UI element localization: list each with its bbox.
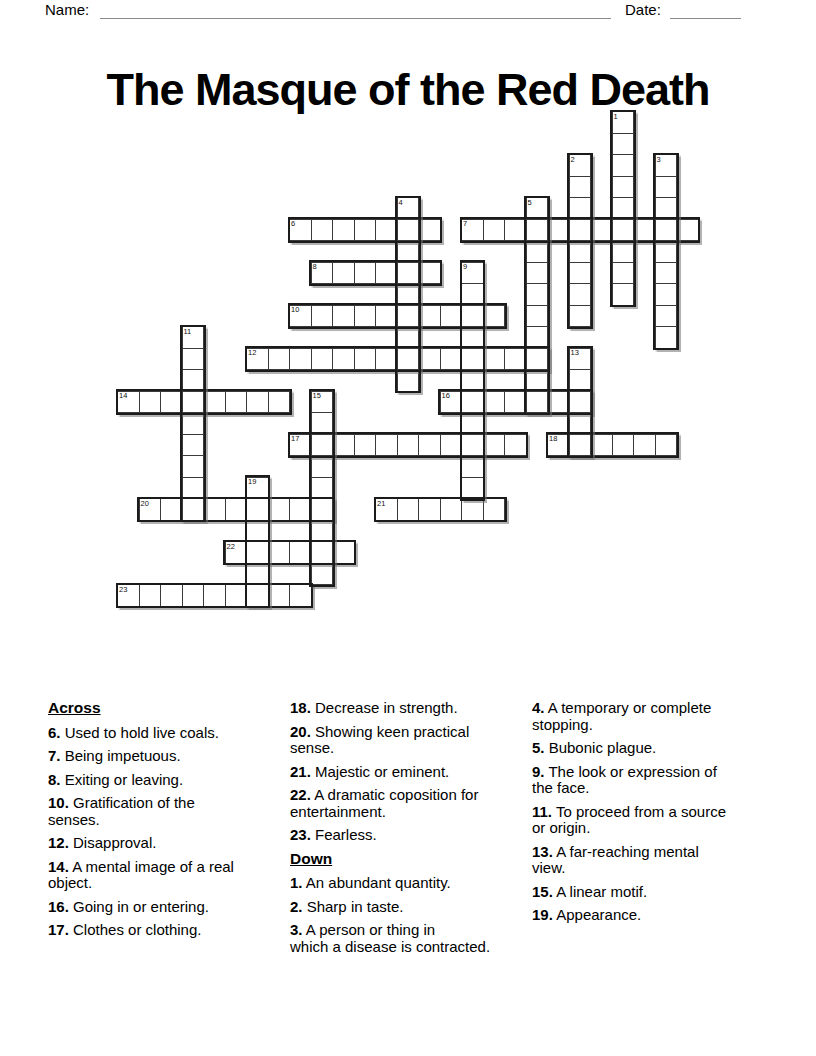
clue-number: 4. (532, 699, 545, 716)
clue-number: 15. (532, 883, 553, 900)
clue-down-13: 13. A far-reaching mental view. (532, 844, 772, 877)
word-outline-21-across (374, 497, 507, 523)
word-outline-22-across (223, 540, 356, 566)
word-outline-8-across (309, 260, 442, 286)
clue-number: 14. (48, 858, 69, 875)
word-outline-3-down (653, 153, 679, 351)
cell-number-5: 5 (528, 199, 532, 207)
cell-number-8: 8 (313, 263, 317, 271)
clue-down-11: 11. To proceed from a source or origin. (532, 804, 772, 837)
cell-number-22: 22 (227, 543, 235, 551)
word-outline-13-down (567, 346, 593, 458)
clue-number: 3. (290, 921, 303, 938)
clue-across-16: 16. Going in or entering. (48, 899, 286, 916)
clue-down-4: 4. A temporary or complete stopping. (532, 700, 772, 733)
clue-down-15: 15. A linear motif. (532, 884, 772, 901)
cell-number-13: 13 (571, 349, 579, 357)
clue-across-10: 10. Gratification of the senses. (48, 795, 286, 828)
clue-across-12: 12. Disapproval. (48, 835, 286, 852)
page-title: The Masque of the Red Death (0, 64, 816, 116)
clue-across-7: 7. Being impetuous. (48, 748, 286, 765)
cell-number-9: 9 (463, 263, 467, 271)
cell-number-21: 21 (377, 500, 385, 508)
cell-number-2: 2 (571, 156, 575, 164)
date-blank-line (670, 2, 741, 19)
clue-across-22: 22. A dramatic coposition for entertainm… (290, 787, 542, 820)
clue-number: 18. (290, 699, 311, 716)
word-outline-15-down (309, 389, 335, 587)
cell-number-6: 6 (291, 220, 295, 228)
clue-across-14: 14. A mental image of a real object. (48, 859, 286, 892)
clue-number: 9. (532, 763, 545, 780)
clue-number: 22. (290, 786, 311, 803)
crossword-grid: 1234567891011121314151617181920212223 (117, 111, 699, 607)
cell-number-18: 18 (549, 435, 557, 443)
clue-number: 16. (48, 898, 69, 915)
clue-across-17: 17. Clothes or clothing. (48, 922, 286, 939)
cell-number-20: 20 (141, 500, 149, 508)
clue-across-20: 20. Showing keen practical sense. (290, 724, 542, 757)
cell-number-15: 15 (313, 392, 321, 400)
down-header: Down (290, 851, 542, 868)
cell-number-19: 19 (248, 478, 256, 486)
cell-number-14: 14 (119, 392, 127, 400)
clue-number: 23. (290, 826, 311, 843)
clue-down-3: 3. A person or thing in which a disease … (290, 922, 542, 955)
word-outline-5-down (524, 196, 550, 415)
word-outline-1-down (610, 110, 636, 308)
clue-number: 5. (532, 739, 545, 756)
clue-down-1: 1. An abundant quantity. (290, 875, 542, 892)
cell-number-10: 10 (291, 306, 299, 314)
word-outline-18-across (546, 432, 679, 458)
clue-number: 13. (532, 843, 553, 860)
clue-number: 12. (48, 834, 69, 851)
clue-column-across: Across6. Used to hold live coals.7. Bein… (48, 700, 286, 946)
clue-number: 21. (290, 763, 311, 780)
word-outline-11-down (180, 325, 206, 523)
clue-across-23: 23. Fearless. (290, 827, 542, 844)
cell-number-12: 12 (248, 349, 256, 357)
clue-number: 7. (48, 747, 61, 764)
clue-number: 17. (48, 921, 69, 938)
cell-number-1: 1 (614, 113, 618, 121)
clue-number: 10. (48, 794, 69, 811)
clue-number: 1. (290, 874, 303, 891)
cell-number-4: 4 (399, 199, 403, 207)
name-blank-line (100, 2, 611, 19)
clue-column-down: 4. A temporary or complete stopping.5. B… (532, 700, 772, 931)
clue-column-middle: 18. Decrease in strength.20. Showing kee… (290, 700, 542, 962)
cell-number-11: 11 (184, 328, 192, 336)
word-outline-4-down (395, 196, 421, 394)
clue-down-5: 5. Bubonic plague. (532, 740, 772, 757)
clue-number: 8. (48, 771, 61, 788)
clue-number: 6. (48, 724, 61, 741)
clue-down-19: 19. Appearance. (532, 907, 772, 924)
clue-across-6: 6. Used to hold live coals. (48, 725, 286, 742)
clue-number: 19. (532, 906, 553, 923)
word-outline-23-across (116, 583, 314, 609)
clue-down-2: 2. Sharp in taste. (290, 899, 542, 916)
clue-across-21: 21. Majestic or eminent. (290, 764, 542, 781)
across-header: Across (48, 700, 286, 717)
clue-down-9: 9. The look or expression of the face. (532, 764, 772, 797)
cell-number-23: 23 (119, 586, 127, 594)
clue-number: 11. (532, 803, 552, 820)
date-label: Date: (625, 1, 661, 18)
word-outline-9-down (460, 260, 486, 501)
cell-number-7: 7 (463, 220, 467, 228)
word-outline-2-down (567, 153, 593, 329)
cell-number-17: 17 (291, 435, 299, 443)
cell-number-16: 16 (442, 392, 450, 400)
name-label: Name: (45, 1, 89, 18)
clue-number: 20. (290, 723, 311, 740)
cell-number-3: 3 (657, 156, 661, 164)
word-outline-19-down (245, 475, 271, 608)
word-outline-20-across (137, 497, 335, 523)
clue-across-18: 18. Decrease in strength. (290, 700, 542, 717)
clue-across-8: 8. Exiting or leaving. (48, 772, 286, 789)
clue-number: 2. (290, 898, 303, 915)
